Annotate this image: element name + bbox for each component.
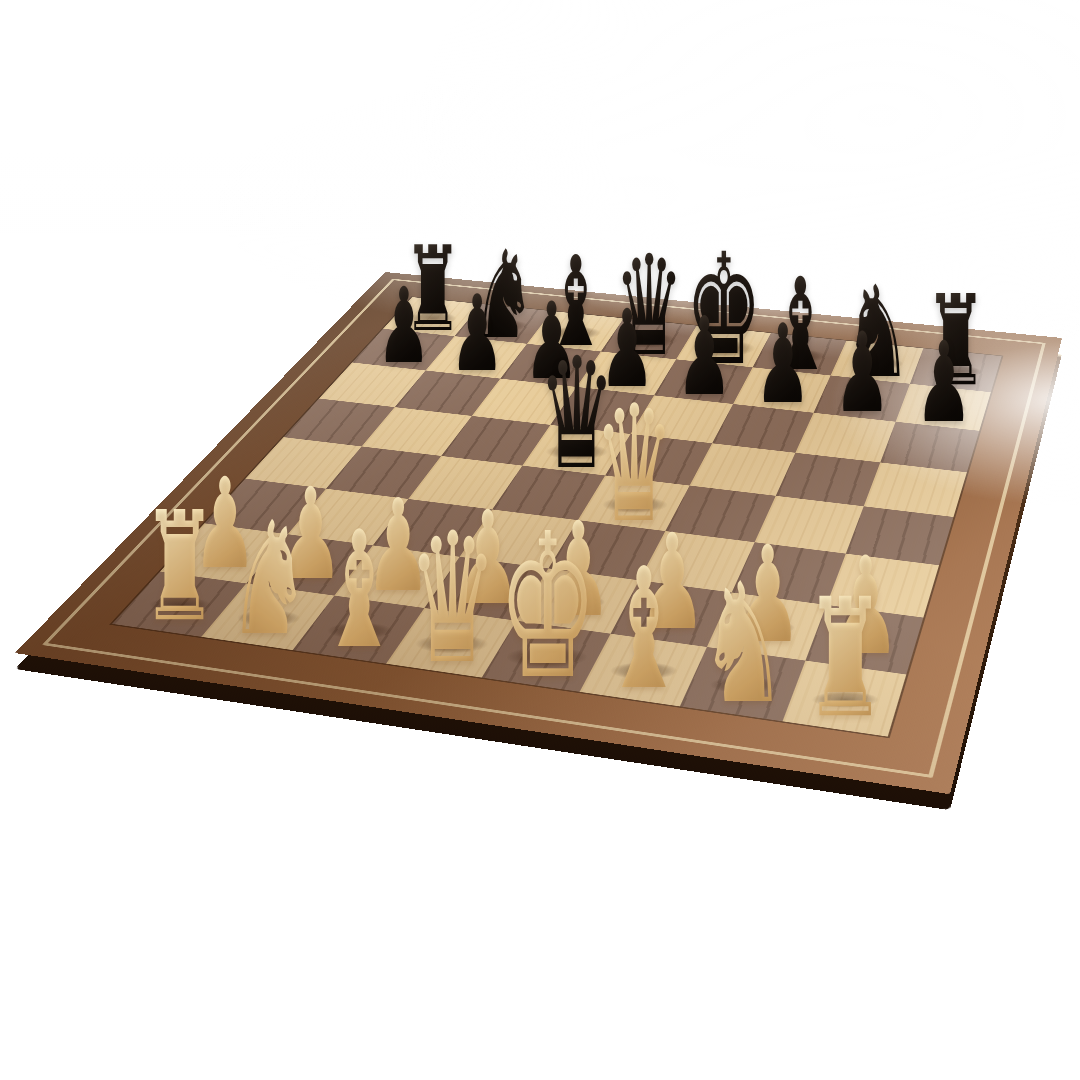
king-glyph: ♚ bbox=[497, 507, 597, 707]
pawn-glyph: ♟ bbox=[834, 318, 891, 428]
queen-glyph: ♛ bbox=[407, 509, 497, 689]
bishop-glyph: ♝ bbox=[319, 510, 400, 671]
rook-glyph: ♜ bbox=[142, 493, 218, 644]
pawn-glyph: ♟ bbox=[377, 274, 431, 378]
rook-glyph: ♜ bbox=[804, 577, 886, 741]
knight-glyph: ♞ bbox=[699, 561, 788, 727]
pawn-glyph: ♟ bbox=[676, 303, 732, 411]
pawn-glyph: ♟ bbox=[450, 281, 505, 386]
pawn-glyph: ♟ bbox=[754, 311, 811, 420]
pawn-glyph: ♟ bbox=[915, 326, 973, 437]
bishop-glyph: ♝ bbox=[602, 546, 686, 713]
knight-glyph: ♞ bbox=[227, 501, 311, 658]
chess-set-photo: ♜♞♝♛♚♝♞♜♟♟♟♟♟♟♟♟♛♛♟♟♟♟♟♟♟♟♜♞♝♛♚♝♞♜ bbox=[0, 0, 1080, 1080]
